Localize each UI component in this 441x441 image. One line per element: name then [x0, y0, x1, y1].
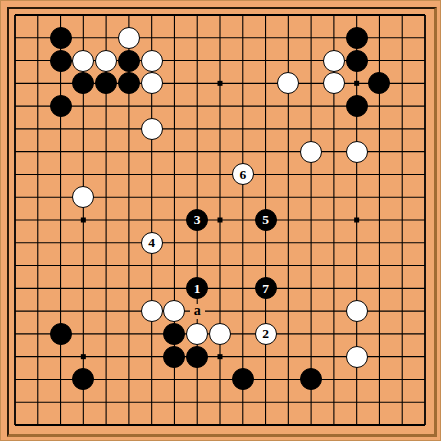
go-stone-black[interactable] — [50, 27, 72, 49]
star-point — [218, 218, 223, 223]
go-stone-black[interactable] — [163, 346, 185, 368]
go-stone-black[interactable] — [346, 50, 368, 72]
go-board[interactable]: 6354172a — [0, 0, 441, 441]
go-stone-white[interactable] — [118, 27, 140, 49]
star-point — [354, 218, 359, 223]
go-stone-black[interactable] — [346, 27, 368, 49]
star-point — [81, 354, 86, 359]
go-stone-white[interactable] — [141, 50, 163, 72]
star-point — [354, 81, 359, 86]
go-stone-black[interactable] — [50, 50, 72, 72]
go-stone-white[interactable] — [141, 72, 163, 94]
go-stone-numbered-white[interactable]: 4 — [141, 232, 163, 254]
go-stone-numbered-black[interactable]: 7 — [255, 277, 277, 299]
star-point — [218, 81, 223, 86]
go-stone-white[interactable] — [186, 323, 208, 345]
star-point — [218, 354, 223, 359]
go-stone-black[interactable] — [186, 346, 208, 368]
go-stone-numbered-black[interactable]: 5 — [255, 209, 277, 231]
go-stone-white[interactable] — [346, 141, 368, 163]
go-stone-black[interactable] — [50, 323, 72, 345]
go-stone-black[interactable] — [118, 50, 140, 72]
go-stone-white[interactable] — [209, 323, 231, 345]
go-stone-white[interactable] — [323, 50, 345, 72]
go-stone-black[interactable] — [346, 95, 368, 117]
go-stone-white[interactable] — [141, 118, 163, 140]
go-stone-white[interactable] — [300, 141, 322, 163]
go-stone-white[interactable] — [95, 50, 117, 72]
go-stone-white[interactable] — [72, 50, 94, 72]
star-point — [81, 218, 86, 223]
go-stone-black[interactable] — [50, 95, 72, 117]
go-stone-white[interactable] — [141, 300, 163, 322]
point-label-a[interactable]: a — [190, 304, 205, 319]
go-stone-numbered-white[interactable]: 2 — [255, 323, 277, 345]
go-stone-white[interactable] — [346, 346, 368, 368]
go-stone-white[interactable] — [346, 300, 368, 322]
